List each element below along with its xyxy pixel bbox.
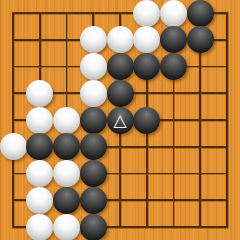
stone-black-G8	[160, 26, 187, 53]
stone-black-C2	[53, 187, 80, 214]
stone-black-D4	[80, 133, 107, 160]
stone-black-D3	[80, 160, 107, 187]
stone-white-F8	[133, 26, 160, 53]
stone-white-A4	[0, 133, 27, 160]
stone-black-H8	[187, 26, 214, 53]
stone-white-B5	[26, 107, 53, 134]
stone-black-F7	[133, 53, 160, 80]
stone-black-B4	[26, 133, 53, 160]
stone-black-E7	[107, 53, 134, 80]
stone-white-D7	[80, 53, 107, 80]
stone-white-C5	[53, 107, 80, 134]
stone-white-F9	[133, 0, 160, 27]
stone-white-E8	[107, 26, 134, 53]
stone-white-G9	[160, 0, 187, 27]
stone-black-D5	[80, 107, 107, 134]
stone-white-D8	[80, 26, 107, 53]
grid-line-vertical	[226, 12, 228, 228]
stone-white-B3	[26, 160, 53, 187]
last-move-triangle-marker: △	[113, 106, 126, 133]
stone-white-C1	[53, 214, 80, 240]
stone-white-D6	[80, 80, 107, 107]
stone-black-C4	[53, 133, 80, 160]
stone-white-B2	[26, 187, 53, 214]
stone-black-D2	[80, 187, 107, 214]
stone-black-D1	[80, 214, 107, 240]
stone-white-B6	[26, 80, 53, 107]
stone-black-F5	[133, 107, 160, 134]
stone-black-E6	[107, 80, 134, 107]
stone-white-C3	[53, 160, 80, 187]
stone-white-B1	[26, 214, 53, 240]
stone-black-E5: △	[107, 107, 134, 134]
go-board[interactable]: △	[0, 0, 240, 240]
stone-black-H9	[187, 0, 214, 27]
stone-black-G7	[160, 53, 187, 80]
